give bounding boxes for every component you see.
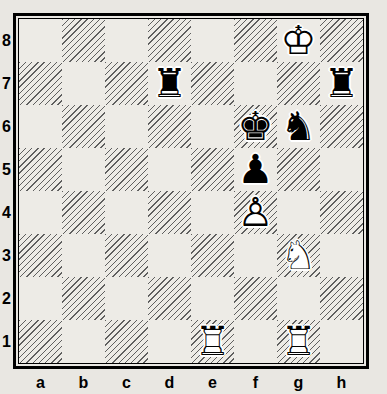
- square-c7: [105, 62, 148, 105]
- square-a5: [19, 148, 62, 191]
- square-e1: ♜♖: [191, 320, 234, 363]
- rank-label-3: 3: [0, 234, 13, 277]
- chess-diagram: 87654321 ♚♔♜♜♜♜♚♚♞♞♟♟♟♙♞♘♜♖♜♖ abcdefgh: [0, 0, 387, 394]
- file-label-h: h: [320, 373, 363, 392]
- square-c8: [105, 19, 148, 62]
- piece-glyph: ♜: [320, 62, 363, 105]
- square-d3: [148, 234, 191, 277]
- square-d2: [148, 277, 191, 320]
- square-g5: [277, 148, 320, 191]
- rank-label-4: 4: [0, 191, 13, 234]
- square-a8: [19, 19, 62, 62]
- square-a2: [19, 277, 62, 320]
- square-c1: [105, 320, 148, 363]
- square-e6: [191, 105, 234, 148]
- square-e7: [191, 62, 234, 105]
- square-h6: [320, 105, 363, 148]
- square-f5: ♟♟: [234, 148, 277, 191]
- square-h8: [320, 19, 363, 62]
- square-b7: [62, 62, 105, 105]
- piece-glyph: ♘: [277, 234, 320, 277]
- square-f1: [234, 320, 277, 363]
- file-label-d: d: [148, 373, 191, 392]
- square-h1: [320, 320, 363, 363]
- square-c2: [105, 277, 148, 320]
- square-g3: ♞♘: [277, 234, 320, 277]
- square-g1: ♜♖: [277, 320, 320, 363]
- black-rook-d7: ♜♜: [148, 62, 191, 105]
- square-g6: ♞♞: [277, 105, 320, 148]
- white-pawn-f4: ♟♙: [234, 191, 277, 234]
- square-a1: [19, 320, 62, 363]
- square-b5: [62, 148, 105, 191]
- square-c4: [105, 191, 148, 234]
- rank-label-1: 1: [0, 320, 13, 363]
- square-b6: [62, 105, 105, 148]
- square-a3: [19, 234, 62, 277]
- square-c5: [105, 148, 148, 191]
- square-a6: [19, 105, 62, 148]
- square-h5: [320, 148, 363, 191]
- square-d5: [148, 148, 191, 191]
- square-b2: [62, 277, 105, 320]
- file-label-b: b: [62, 373, 105, 392]
- square-e3: [191, 234, 234, 277]
- square-b8: [62, 19, 105, 62]
- square-g4: [277, 191, 320, 234]
- piece-glyph: ♖: [277, 320, 320, 363]
- piece-glyph: ♔: [277, 19, 320, 62]
- board-squares: ♚♔♜♜♜♜♚♚♞♞♟♟♟♙♞♘♜♖♜♖: [18, 18, 364, 364]
- square-h3: [320, 234, 363, 277]
- file-label-c: c: [105, 373, 148, 392]
- piece-glyph: ♜: [148, 62, 191, 105]
- square-d8: [148, 19, 191, 62]
- square-b3: [62, 234, 105, 277]
- black-rook-h7: ♜♜: [320, 62, 363, 105]
- square-e8: [191, 19, 234, 62]
- file-label-e: e: [191, 373, 234, 392]
- chess-board: ♚♔♜♜♜♜♚♚♞♞♟♟♟♙♞♘♜♖♜♖: [13, 13, 369, 369]
- white-rook-e1: ♜♖: [191, 320, 234, 363]
- square-f6: ♚♚: [234, 105, 277, 148]
- square-f8: [234, 19, 277, 62]
- square-e4: [191, 191, 234, 234]
- square-e2: [191, 277, 234, 320]
- rank-label-8: 8: [0, 19, 13, 62]
- square-b1: [62, 320, 105, 363]
- square-a4: [19, 191, 62, 234]
- square-h7: ♜♜: [320, 62, 363, 105]
- square-g8: ♚♔: [277, 19, 320, 62]
- white-king-g8: ♚♔: [277, 19, 320, 62]
- file-label-f: f: [234, 373, 277, 392]
- square-a7: [19, 62, 62, 105]
- black-king-f6: ♚♚: [234, 105, 277, 148]
- square-h4: [320, 191, 363, 234]
- white-knight-g3: ♞♘: [277, 234, 320, 277]
- piece-glyph: ♙: [234, 191, 277, 234]
- file-labels: abcdefgh: [19, 373, 363, 392]
- white-rook-g1: ♜♖: [277, 320, 320, 363]
- square-d7: ♜♜: [148, 62, 191, 105]
- square-b4: [62, 191, 105, 234]
- square-e5: [191, 148, 234, 191]
- rank-label-6: 6: [0, 105, 13, 148]
- square-g7: [277, 62, 320, 105]
- rank-label-2: 2: [0, 277, 13, 320]
- square-h2: [320, 277, 363, 320]
- square-c3: [105, 234, 148, 277]
- file-label-g: g: [277, 373, 320, 392]
- square-g2: [277, 277, 320, 320]
- piece-glyph: ♖: [191, 320, 234, 363]
- square-f3: [234, 234, 277, 277]
- square-d6: [148, 105, 191, 148]
- square-c6: [105, 105, 148, 148]
- black-pawn-f5: ♟♟: [234, 148, 277, 191]
- piece-glyph: ♞: [277, 105, 320, 148]
- square-f4: ♟♙: [234, 191, 277, 234]
- square-f7: [234, 62, 277, 105]
- square-f2: [234, 277, 277, 320]
- piece-glyph: ♚: [234, 105, 277, 148]
- file-label-a: a: [19, 373, 62, 392]
- rank-labels: 87654321: [0, 19, 13, 363]
- square-d4: [148, 191, 191, 234]
- piece-glyph: ♟: [234, 148, 277, 191]
- black-knight-g6: ♞♞: [277, 105, 320, 148]
- square-d1: [148, 320, 191, 363]
- rank-label-7: 7: [0, 62, 13, 105]
- rank-label-5: 5: [0, 148, 13, 191]
